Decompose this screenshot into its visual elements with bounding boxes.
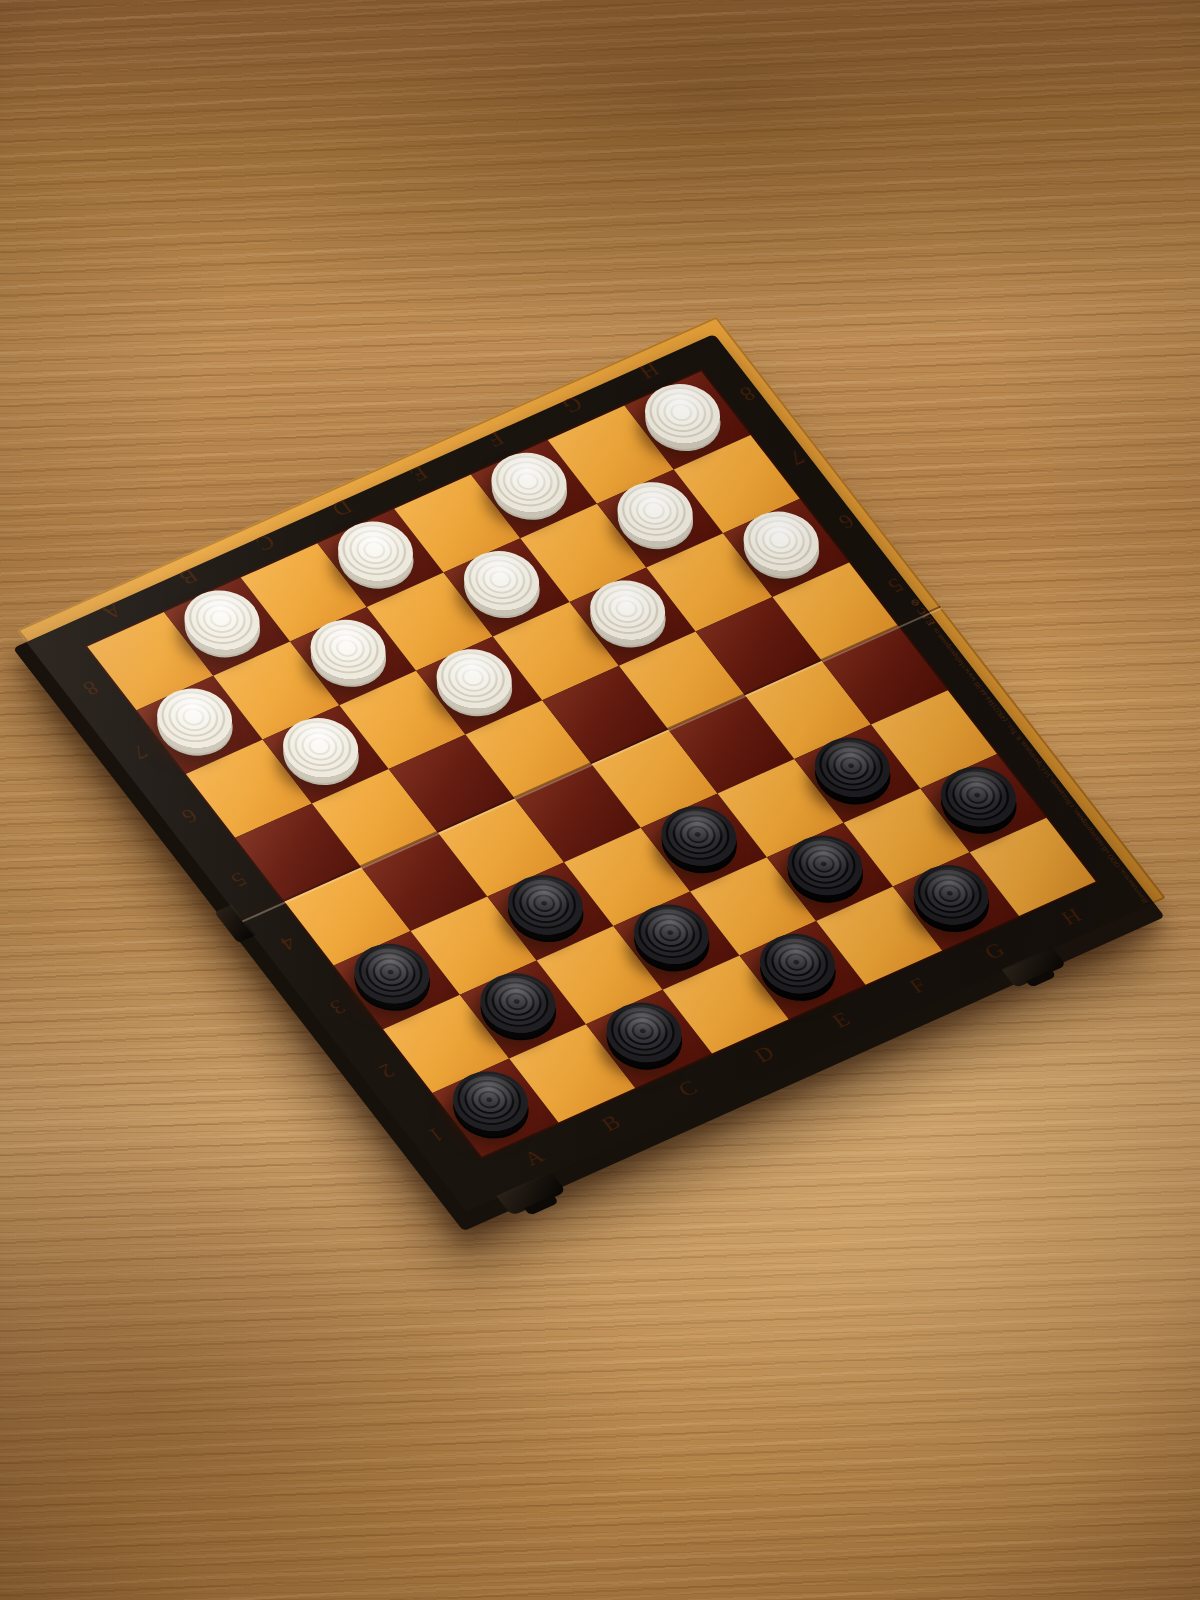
photo-of-checkers-board: { "game": "Checkers (Russian draughts) o… (0, 0, 1200, 1600)
checkers-board: ABCDEFGH ABCDEFGH 87654321 8765 Изготови… (17, 317, 1166, 1212)
